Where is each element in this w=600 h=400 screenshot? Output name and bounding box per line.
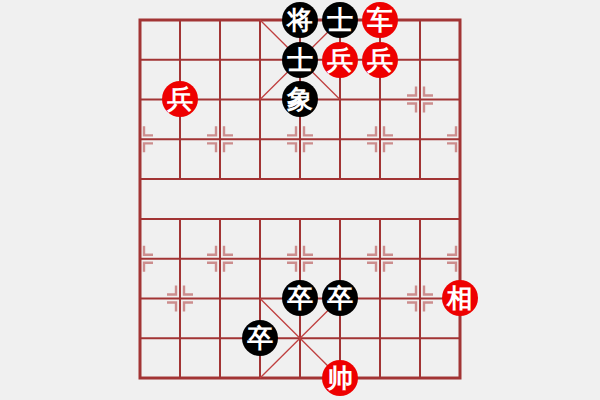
piece-black-general[interactable]: 将: [282, 2, 318, 38]
piece-red-elephant[interactable]: 相: [442, 280, 478, 316]
piece-red-soldier[interactable]: 兵: [362, 42, 398, 78]
piece-black-advisor[interactable]: 士: [282, 42, 318, 78]
piece-black-soldier[interactable]: 卒: [322, 280, 358, 316]
pieces-layer: 将士车士兵兵兵象卒卒相卒帅: [120, 0, 480, 398]
xiangqi-board: 将士车士兵兵兵象卒卒相卒帅: [0, 0, 600, 400]
piece-black-elephant[interactable]: 象: [282, 81, 318, 117]
piece-black-soldier[interactable]: 卒: [242, 320, 278, 356]
piece-red-general[interactable]: 帅: [322, 360, 358, 396]
piece-red-soldier[interactable]: 兵: [162, 81, 198, 117]
piece-black-soldier[interactable]: 卒: [282, 280, 318, 316]
piece-red-soldier[interactable]: 兵: [322, 42, 358, 78]
piece-black-advisor[interactable]: 士: [322, 2, 358, 38]
piece-red-chariot[interactable]: 车: [362, 2, 398, 38]
